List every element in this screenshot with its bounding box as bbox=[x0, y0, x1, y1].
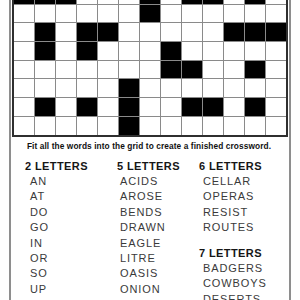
grid-cell-r5c7[interactable] bbox=[140, 79, 160, 97]
word-item: ACIDS bbox=[117, 174, 180, 189]
grid-cell-r1c9[interactable] bbox=[182, 5, 202, 23]
grid-cell-r2c12-black bbox=[245, 23, 265, 41]
grid-cell-r3c2-black bbox=[35, 42, 55, 60]
grid-cell-r6c10-black bbox=[203, 98, 223, 116]
grid-cell-r0c12-black bbox=[245, 0, 265, 4]
word-item: BADGERS bbox=[199, 261, 267, 276]
grid-cell-r7c7[interactable] bbox=[140, 117, 160, 135]
grid-cell-r0c7-black bbox=[140, 0, 160, 4]
grid-cell-r0c3-black bbox=[56, 0, 76, 4]
grid-cell-r0c2-black bbox=[35, 0, 55, 4]
grid-cell-r0c5[interactable] bbox=[98, 0, 118, 4]
grid-cell-r2c6[interactable] bbox=[119, 23, 139, 41]
grid-cell-r1c2[interactable] bbox=[35, 5, 55, 23]
word-item: AN bbox=[25, 174, 88, 189]
grid-cell-r1c6[interactable] bbox=[119, 5, 139, 23]
grid-cell-r0c13[interactable] bbox=[266, 0, 286, 4]
grid-cell-r4c3[interactable] bbox=[56, 61, 76, 79]
grid-cell-r4c12-black bbox=[245, 61, 265, 79]
word-item: DRAWN bbox=[117, 220, 180, 235]
grid-cell-r6c12-black bbox=[245, 98, 265, 116]
word-item: OASIS bbox=[117, 266, 180, 281]
grid-cell-r2c13-black bbox=[266, 23, 286, 41]
grid-cell-r7c4[interactable] bbox=[77, 117, 97, 135]
word-list-5-letters: 5 LETTERSACIDSAROSEBENDSDRAWNEAGLELITREO… bbox=[117, 159, 180, 298]
grid-cell-r7c10[interactable] bbox=[203, 117, 223, 135]
word-list-header: 7 LETTERS bbox=[199, 246, 267, 261]
grid-cell-r1c1[interactable] bbox=[14, 5, 34, 23]
grid-cell-r3c10[interactable] bbox=[203, 42, 223, 60]
word-item: OPERAS bbox=[199, 189, 262, 204]
grid-cell-r2c4-black bbox=[77, 23, 97, 41]
grid-cell-r1c11[interactable] bbox=[224, 5, 244, 23]
grid-cell-r7c12[interactable] bbox=[245, 117, 265, 135]
grid-cell-r3c12[interactable] bbox=[245, 42, 265, 60]
grid-cell-r1c5[interactable] bbox=[98, 5, 118, 23]
grid-cell-r3c6[interactable] bbox=[119, 42, 139, 60]
grid-cell-r5c6-black bbox=[119, 79, 139, 97]
grid-cell-r2c7[interactable] bbox=[140, 23, 160, 41]
grid-cell-r2c10[interactable] bbox=[203, 23, 223, 41]
grid-cell-r4c2[interactable] bbox=[35, 61, 55, 79]
grid-cell-r1c10[interactable] bbox=[203, 5, 223, 23]
grid-cell-r2c3[interactable] bbox=[56, 23, 76, 41]
word-item: UP bbox=[25, 282, 88, 297]
grid-cell-r6c11[interactable] bbox=[224, 98, 244, 116]
word-item: GO bbox=[25, 220, 88, 235]
grid-cell-r7c5[interactable] bbox=[98, 117, 118, 135]
grid-cell-r1c13[interactable] bbox=[266, 5, 286, 23]
grid-cell-r0c4[interactable] bbox=[77, 0, 97, 4]
grid-cell-r4c10[interactable] bbox=[203, 61, 223, 79]
grid-cell-r3c9[interactable] bbox=[182, 42, 202, 60]
grid-cell-r0c8[interactable] bbox=[161, 0, 181, 4]
grid-cell-r7c3[interactable] bbox=[56, 117, 76, 135]
puzzle-instruction: Fit all the words into the grid to creat… bbox=[10, 141, 288, 151]
grid-cell-r4c5[interactable] bbox=[98, 61, 118, 79]
word-list-header: 5 LETTERS bbox=[117, 159, 180, 174]
grid-cell-r3c1[interactable] bbox=[14, 42, 34, 60]
word-list-header: 2 LETTERS bbox=[25, 159, 88, 174]
grid-cell-r7c9[interactable] bbox=[182, 117, 202, 135]
grid-cell-r0c10-black bbox=[203, 0, 223, 4]
grid-cell-r1c4[interactable] bbox=[77, 5, 97, 23]
word-item: ONION bbox=[117, 282, 180, 297]
grid-cell-r5c2[interactable] bbox=[35, 79, 55, 97]
grid-cell-r3c11[interactable] bbox=[224, 42, 244, 60]
word-item: COWBOYS bbox=[199, 276, 267, 291]
word-item: EAGLE bbox=[117, 236, 180, 251]
grid-cell-r4c1[interactable] bbox=[14, 61, 34, 79]
grid-cell-r0c9-black bbox=[182, 0, 202, 4]
grid-cell-r0c6[interactable] bbox=[119, 0, 139, 4]
word-list-6-letters: 6 LETTERSCELLAROPERASRESISTROUTES bbox=[199, 159, 262, 236]
grid-cell-r7c11[interactable] bbox=[224, 117, 244, 135]
grid-cell-r7c2[interactable] bbox=[35, 117, 55, 135]
grid-cell-r4c13[interactable] bbox=[266, 61, 286, 79]
grid-cell-r0c1-black bbox=[14, 0, 34, 4]
grid-cell-r7c8[interactable] bbox=[161, 117, 181, 135]
word-list-2-letters: 2 LETTERSANATDOGOINORSOUP bbox=[25, 159, 88, 298]
grid-cell-r4c4[interactable] bbox=[77, 61, 97, 79]
word-list-7-letters: 7 LETTERSBADGERSCOWBOYSDESERTS bbox=[199, 246, 267, 300]
grid-cell-r5c5[interactable] bbox=[98, 79, 118, 97]
grid-cell-r7c13[interactable] bbox=[266, 117, 286, 135]
grid-cell-r5c12[interactable] bbox=[245, 79, 265, 97]
word-item: BENDS bbox=[117, 205, 180, 220]
grid-cell-r5c1[interactable] bbox=[14, 79, 34, 97]
grid-cell-r3c4-black bbox=[77, 42, 97, 60]
grid-cell-r5c3[interactable] bbox=[56, 79, 76, 97]
grid-cell-r6c3[interactable] bbox=[56, 98, 76, 116]
grid-cell-r5c9[interactable] bbox=[182, 79, 202, 97]
grid-cell-r6c2-black bbox=[35, 98, 55, 116]
word-list-header: 6 LETTERS bbox=[199, 159, 262, 174]
grid-cell-r6c4-black bbox=[77, 98, 97, 116]
grid-cell-r3c7[interactable] bbox=[140, 42, 160, 60]
grid-cell-r5c10[interactable] bbox=[203, 79, 223, 97]
grid-cell-r1c12[interactable] bbox=[245, 5, 265, 23]
grid-cell-r5c13[interactable] bbox=[266, 79, 286, 97]
grid-cell-r2c5-black bbox=[98, 23, 118, 41]
grid-cell-r3c13[interactable] bbox=[266, 42, 286, 60]
puzzle-page: Fit all the words into the grid to creat… bbox=[0, 0, 300, 300]
grid-cell-r6c5[interactable] bbox=[98, 98, 118, 116]
grid-cell-r3c5[interactable] bbox=[98, 42, 118, 60]
grid-cell-r5c11[interactable] bbox=[224, 79, 244, 97]
word-item: AT bbox=[25, 189, 88, 204]
word-item: RESIST bbox=[199, 205, 262, 220]
word-item: OR bbox=[25, 251, 88, 266]
crossword-grid bbox=[12, 0, 288, 137]
grid-cell-r3c8-black bbox=[161, 42, 181, 60]
grid-cell-r7c6-black bbox=[119, 117, 139, 135]
grid-cell-r1c3[interactable] bbox=[56, 5, 76, 23]
grid-cell-r4c7[interactable] bbox=[140, 61, 160, 79]
grid-cell-r6c6-black bbox=[119, 98, 139, 116]
grid-cell-r2c2-black bbox=[35, 23, 55, 41]
word-item: SO bbox=[25, 266, 88, 281]
word-item: AROSE bbox=[117, 189, 180, 204]
grid-cell-r3c3[interactable] bbox=[56, 42, 76, 60]
grid-cell-r6c7[interactable] bbox=[140, 98, 160, 116]
grid-cell-r2c1[interactable] bbox=[14, 23, 34, 41]
grid-cell-r5c8[interactable] bbox=[161, 79, 181, 97]
grid-cell-r1c8[interactable] bbox=[161, 5, 181, 23]
grid-cell-r2c8[interactable] bbox=[161, 23, 181, 41]
grid-cell-r6c13[interactable] bbox=[266, 98, 286, 116]
grid-cell-r6c8[interactable] bbox=[161, 98, 181, 116]
grid-cell-r4c11[interactable] bbox=[224, 61, 244, 79]
grid-cell-r4c9-black bbox=[182, 61, 202, 79]
word-item: ROUTES bbox=[199, 220, 262, 235]
word-item: LITRE bbox=[117, 251, 180, 266]
grid-cell-r2c9[interactable] bbox=[182, 23, 202, 41]
grid-cell-r0c11[interactable] bbox=[224, 0, 244, 4]
grid-cell-r4c6[interactable] bbox=[119, 61, 139, 79]
word-item: IN bbox=[25, 236, 88, 251]
grid-cell-r4c8-black bbox=[161, 61, 181, 79]
grid-cell-r2c11-black bbox=[224, 23, 244, 41]
grid-cell-r6c1[interactable] bbox=[14, 98, 34, 116]
word-item: CELLAR bbox=[199, 174, 262, 189]
word-item: DO bbox=[25, 205, 88, 220]
grid-cell-r1c7-black bbox=[140, 5, 160, 23]
grid-cell-r7c1[interactable] bbox=[14, 117, 34, 135]
word-item: DESERTS bbox=[199, 292, 267, 300]
grid-cell-r5c4[interactable] bbox=[77, 79, 97, 97]
grid-cell-r6c9-black bbox=[182, 98, 202, 116]
